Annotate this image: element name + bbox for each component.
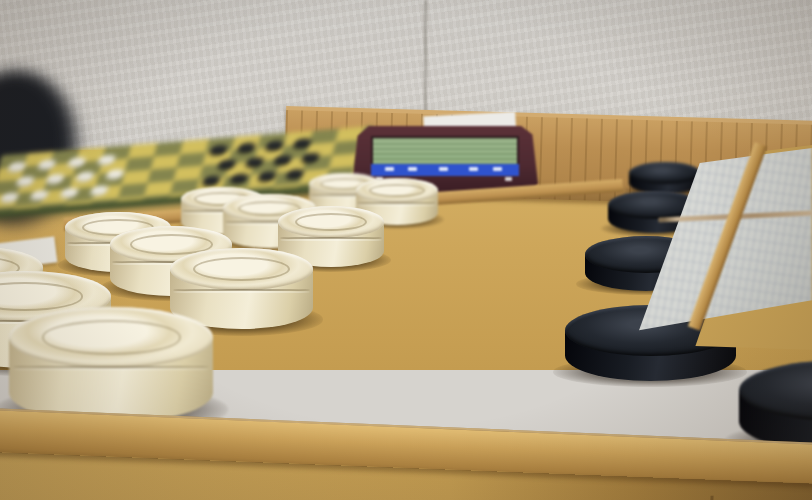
piece-top [9,307,213,368]
piece-white-c3r8[interactable] [9,307,213,424]
piece-ring [42,320,181,354]
piece-stack-seam [13,366,209,368]
piece-top [278,206,384,238]
photo-scene [0,0,812,500]
piece-ring [295,213,367,231]
piece-ring [369,184,425,198]
piece-stack-seam [173,289,310,291]
piece-stack-seam [280,237,382,239]
piece-top [170,248,313,291]
piece-top [629,162,702,184]
piece-ring [193,257,290,281]
piece-top [356,178,438,203]
table-seam [708,496,714,500]
piece-black-c7r8[interactable] [739,360,812,452]
piece-stack-seam [357,202,436,204]
